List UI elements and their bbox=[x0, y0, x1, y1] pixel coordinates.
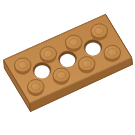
lego-technic-plate-2x4 bbox=[0, 0, 135, 135]
lego-plate-svg bbox=[0, 0, 135, 135]
product-photo-canvas bbox=[0, 0, 135, 135]
